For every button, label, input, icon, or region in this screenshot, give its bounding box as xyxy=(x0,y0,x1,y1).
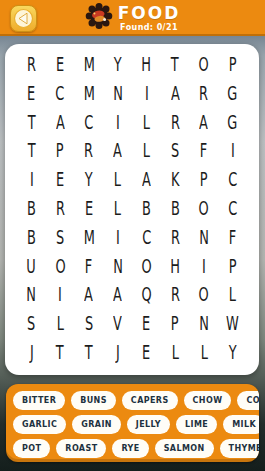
word-chip: LIME xyxy=(176,415,217,434)
grid-cell[interactable]: R xyxy=(161,108,190,137)
grid-letter: A xyxy=(199,113,208,132)
word-chip: GRAIN xyxy=(72,415,121,434)
grid-cell[interactable]: G xyxy=(218,108,247,137)
grid-cell[interactable]: H xyxy=(132,50,161,79)
grid-letter: E xyxy=(142,343,150,362)
grid-cell[interactable]: T xyxy=(17,108,46,137)
grid-cell[interactable]: G xyxy=(218,79,247,108)
grid-cell[interactable]: Y xyxy=(103,50,132,79)
grid-letter: P xyxy=(200,170,208,189)
grid-letter: N xyxy=(27,285,37,304)
grid-letter: V xyxy=(113,314,122,333)
grid-cell[interactable]: W xyxy=(218,309,247,338)
grid-letter: R xyxy=(199,84,208,103)
grid-letter: T xyxy=(85,343,93,362)
grid-cell[interactable]: C xyxy=(75,108,104,137)
grid-cell[interactable]: T xyxy=(17,136,46,165)
grid-letter: R xyxy=(171,285,180,304)
grid-cell[interactable]: I xyxy=(103,108,132,137)
grid-cell[interactable]: I xyxy=(190,252,219,281)
grid-cell[interactable]: L xyxy=(218,281,247,310)
grid-letter: L xyxy=(229,285,236,304)
grid-letter: I xyxy=(144,84,148,103)
word-list-row[interactable]: BITTERBUNSCAPERSCHOWCOBBLER xyxy=(6,391,259,410)
grid-letter: T xyxy=(56,343,64,362)
grid-letter: H xyxy=(142,55,152,74)
grid-letter: E xyxy=(56,170,64,189)
grid-cell[interactable]: R xyxy=(75,136,104,165)
grid-cell[interactable]: A xyxy=(132,165,161,194)
grid-cell[interactable]: I xyxy=(132,79,161,108)
grid-letter: I xyxy=(29,170,33,189)
grid-letter: B xyxy=(27,199,36,218)
grid-letter: B xyxy=(142,199,151,218)
grid-letter: S xyxy=(171,141,179,160)
grid-cell[interactable]: L xyxy=(103,165,132,194)
grid-cell[interactable]: A xyxy=(103,136,132,165)
grid-cell[interactable]: O xyxy=(190,281,219,310)
word-chip: CAPERS xyxy=(122,391,178,410)
grid-letter: F xyxy=(229,228,236,247)
word-chip: ROAST xyxy=(56,439,106,458)
word-list-panel: BITTERBUNSCAPERSCHOWCOBBLERGARLICGRAINJE… xyxy=(6,384,259,462)
grid-cell[interactable]: O xyxy=(46,252,75,281)
grid-letter: R xyxy=(27,55,36,74)
grid-letter: P xyxy=(171,314,179,333)
grid-cell[interactable]: E xyxy=(17,79,46,108)
grid-letter: N xyxy=(113,84,123,103)
grid-cell[interactable]: J xyxy=(103,338,132,367)
grid-letter: E xyxy=(56,55,64,74)
grid-cell[interactable]: A xyxy=(103,281,132,310)
grid-letter: S xyxy=(27,314,35,333)
grid-letter: A xyxy=(84,285,93,304)
grid-cell[interactable]: A xyxy=(161,79,190,108)
word-list-row[interactable]: GARLICGRAINJELLYLIMEMILK xyxy=(6,415,259,434)
grid-letter: F xyxy=(200,141,207,160)
grid-cell[interactable]: P xyxy=(218,252,247,281)
grid-letter: B xyxy=(171,199,180,218)
grid-letter: C xyxy=(228,199,237,218)
grid-cell[interactable]: N xyxy=(103,252,132,281)
grid-letter: O xyxy=(55,257,65,276)
grid-cell[interactable]: B xyxy=(132,194,161,223)
grid-cell[interactable]: A xyxy=(75,281,104,310)
grid-cell[interactable]: M xyxy=(75,223,104,252)
grid-letter: M xyxy=(83,228,94,247)
grid-letter: P xyxy=(229,257,237,276)
grid-letter: L xyxy=(114,199,121,218)
word-chip: MILK xyxy=(223,415,259,434)
grid-letter: N xyxy=(113,257,123,276)
grid-letter: K xyxy=(171,170,179,189)
grid-cell[interactable]: N xyxy=(190,223,219,252)
grid-cell[interactable]: A xyxy=(46,108,75,137)
grid-letter: C xyxy=(142,228,151,247)
grid-cell[interactable]: C xyxy=(218,194,247,223)
header-bar: FOOD Found: 0/21 xyxy=(0,0,265,36)
word-chip: SALMON xyxy=(155,439,214,458)
grid-cell[interactable]: I xyxy=(46,281,75,310)
grid-letter: A xyxy=(113,285,122,304)
grid-letter: T xyxy=(171,55,179,74)
grid-cell[interactable]: O xyxy=(190,194,219,223)
grid-cell[interactable]: F xyxy=(218,223,247,252)
grid-cell[interactable]: I xyxy=(218,136,247,165)
grid-letter: P xyxy=(56,141,64,160)
grid-cell[interactable]: F xyxy=(75,252,104,281)
grid-cell[interactable]: R xyxy=(17,50,46,79)
grid-letter: F xyxy=(85,257,92,276)
grid-letter: M xyxy=(83,84,94,103)
grid-cell[interactable]: L xyxy=(132,136,161,165)
grid-letter: I xyxy=(116,113,120,132)
grid-cell[interactable]: M xyxy=(75,79,104,108)
grid-cell[interactable]: C xyxy=(218,165,247,194)
word-chip: COBBLER xyxy=(237,391,259,410)
grid-letter: L xyxy=(143,141,150,160)
grid-cell[interactable]: P xyxy=(46,136,75,165)
grid-letter: R xyxy=(56,199,65,218)
grid-cell[interactable]: B xyxy=(17,223,46,252)
grid-cell[interactable]: T xyxy=(75,338,104,367)
grid-letter: L xyxy=(200,343,207,362)
grid-letter: S xyxy=(56,228,64,247)
grid-letter: A xyxy=(171,84,180,103)
grid-cell[interactable]: R xyxy=(190,79,219,108)
grid-cell[interactable]: O xyxy=(132,252,161,281)
word-chip: POT xyxy=(13,439,50,458)
grid-cell[interactable]: N xyxy=(190,309,219,338)
grid-letter: L xyxy=(143,113,150,132)
grid-letter: T xyxy=(27,113,35,132)
grid-cell[interactable]: E xyxy=(46,50,75,79)
grid-cell[interactable]: M xyxy=(75,50,104,79)
grid-letter: Y xyxy=(85,170,93,189)
grid-cell[interactable]: B xyxy=(161,194,190,223)
grid-letter: G xyxy=(228,113,238,132)
grid-cell[interactable]: R xyxy=(161,281,190,310)
grid-letter: I xyxy=(231,141,235,160)
grid-cell[interactable]: S xyxy=(17,309,46,338)
grid-cell[interactable]: J xyxy=(17,338,46,367)
grid-letter: E xyxy=(27,84,35,103)
grid-letter: W xyxy=(226,314,239,333)
grid-letter: A xyxy=(56,113,65,132)
grid-cell[interactable]: N xyxy=(17,281,46,310)
grid-cell[interactable]: P xyxy=(161,309,190,338)
grid-letter: L xyxy=(172,343,179,362)
grid-cell[interactable]: N xyxy=(103,79,132,108)
grid-cell[interactable]: C xyxy=(46,79,75,108)
grid-letter: M xyxy=(83,55,94,74)
grid-cell[interactable]: T xyxy=(161,50,190,79)
grid-cell[interactable]: E xyxy=(132,338,161,367)
word-chip: BITTER xyxy=(13,391,65,410)
grid-letter: R xyxy=(171,228,180,247)
grid-letter: O xyxy=(141,257,151,276)
word-chip: CHOW xyxy=(184,391,232,410)
grid-letter: Y xyxy=(114,55,122,74)
grid-cell[interactable]: F xyxy=(190,136,219,165)
grid-cell[interactable]: P xyxy=(218,50,247,79)
grid-cell[interactable]: P xyxy=(190,165,219,194)
grid-letter: I xyxy=(116,228,120,247)
word-chip: BUNS xyxy=(71,391,116,410)
grid-cell[interactable]: S xyxy=(161,136,190,165)
grid-letter: C xyxy=(56,84,65,103)
word-chip: RYE xyxy=(112,439,148,458)
grid-letter: B xyxy=(27,228,36,247)
grid-cell[interactable]: T xyxy=(46,338,75,367)
page-title: FOOD xyxy=(118,4,181,23)
grid-cell[interactable]: L xyxy=(161,338,190,367)
grid-cell[interactable]: S xyxy=(75,309,104,338)
grid-letter: R xyxy=(84,141,93,160)
grid-letter: I xyxy=(202,257,206,276)
grid-letter: A xyxy=(142,170,151,189)
grid-letter: U xyxy=(27,257,36,276)
grid-cell[interactable]: E xyxy=(46,165,75,194)
header-title-group: FOOD Found: 0/21 xyxy=(0,2,265,34)
grid-cell[interactable]: B xyxy=(17,194,46,223)
grid-letter: P xyxy=(229,55,237,74)
grid-letter: J xyxy=(116,343,120,362)
grid-cell[interactable]: I xyxy=(103,223,132,252)
grid-cell[interactable]: Y xyxy=(218,338,247,367)
grid-letter: L xyxy=(114,170,121,189)
grid-cell[interactable]: V xyxy=(103,309,132,338)
grid-cell[interactable]: H xyxy=(161,252,190,281)
grid-letter: G xyxy=(228,84,238,103)
grid-cell[interactable]: K xyxy=(161,165,190,194)
grid-cell[interactable]: L xyxy=(190,338,219,367)
grid-letter: C xyxy=(84,113,93,132)
found-counter: Found: 0/21 xyxy=(120,23,178,32)
grid-cell[interactable]: Y xyxy=(75,165,104,194)
word-search-board: REMYHTOPECMNIARGTACILRAGTPRALSFIIEYLAKPC… xyxy=(5,44,259,375)
grid-cell[interactable]: L xyxy=(103,194,132,223)
food-splat-icon xyxy=(85,2,113,34)
grid-letter: O xyxy=(199,199,209,218)
grid-letter: R xyxy=(171,113,180,132)
grid-cell[interactable]: L xyxy=(46,309,75,338)
grid-cell[interactable]: Q xyxy=(132,281,161,310)
grid-letter: C xyxy=(228,170,237,189)
letter-grid: REMYHTOPECMNIARGTACILRAGTPRALSFIIEYLAKPC… xyxy=(17,50,247,367)
grid-letter: H xyxy=(170,257,180,276)
grid-cell[interactable]: A xyxy=(190,108,219,137)
word-chip: GARLIC xyxy=(13,415,66,434)
grid-letter: Y xyxy=(229,343,237,362)
grid-letter: A xyxy=(113,141,122,160)
grid-letter: Q xyxy=(141,285,151,304)
grid-cell[interactable]: E xyxy=(132,309,161,338)
word-chip: JELLY xyxy=(127,415,170,434)
grid-letter: J xyxy=(29,343,33,362)
grid-cell[interactable]: C xyxy=(132,223,161,252)
grid-cell[interactable]: U xyxy=(17,252,46,281)
grid-letter: I xyxy=(58,285,62,304)
grid-letter: T xyxy=(27,141,35,160)
grid-cell[interactable]: S xyxy=(46,223,75,252)
word-chip: THYME xyxy=(220,439,259,458)
grid-letter: N xyxy=(199,314,209,333)
grid-letter: O xyxy=(199,285,209,304)
grid-cell[interactable]: L xyxy=(132,108,161,137)
grid-letter: E xyxy=(142,314,150,333)
word-list-row[interactable]: POTROASTRYESALMONTHYME xyxy=(6,439,259,458)
grid-cell[interactable]: E xyxy=(75,194,104,223)
grid-letter: N xyxy=(199,228,209,247)
grid-letter: O xyxy=(199,55,209,74)
grid-letter: E xyxy=(85,199,93,218)
grid-cell[interactable]: O xyxy=(190,50,219,79)
grid-cell[interactable]: I xyxy=(17,165,46,194)
grid-cell[interactable]: R xyxy=(46,194,75,223)
grid-cell[interactable]: R xyxy=(161,223,190,252)
app-screen: FOOD Found: 0/21 REMYHTOPECMNIARGTACILRA… xyxy=(0,0,265,471)
grid-letter: L xyxy=(57,314,64,333)
grid-letter: S xyxy=(85,314,93,333)
